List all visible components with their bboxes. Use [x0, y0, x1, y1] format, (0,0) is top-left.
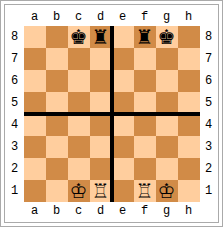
white-king: ♔ — [158, 180, 176, 202]
corner-top-right — [200, 8, 218, 26]
rank-label-left-5: 5 — [6, 92, 24, 114]
square-b6 — [46, 70, 68, 92]
file-label-bottom-d: d — [90, 202, 112, 220]
square-g5 — [156, 92, 178, 114]
square-b3 — [46, 136, 68, 158]
square-c8: ♚ — [68, 26, 90, 48]
square-d3 — [90, 136, 112, 158]
square-e2 — [112, 158, 134, 180]
file-label-top-h: h — [178, 8, 200, 26]
square-f6 — [134, 70, 156, 92]
square-e8 — [112, 26, 134, 48]
square-a6 — [24, 70, 46, 92]
file-label-top-d: d — [90, 8, 112, 26]
file-label-top-g: g — [156, 8, 178, 26]
square-d5 — [90, 92, 112, 114]
square-h1 — [178, 180, 200, 202]
square-c6 — [68, 70, 90, 92]
black-rook: ♜ — [136, 26, 154, 48]
square-c5 — [68, 92, 90, 114]
rank-label-right-8: 8 — [200, 26, 218, 48]
board-grid: abcdefgh8♚♜♜♚87766554433221♔♖♖♔1abcdefgh — [6, 8, 218, 220]
rank-label-right-2: 2 — [200, 158, 218, 180]
file-label-top-f: f — [134, 8, 156, 26]
square-a2 — [24, 158, 46, 180]
square-d7 — [90, 48, 112, 70]
square-b4 — [46, 114, 68, 136]
file-label-bottom-g: g — [156, 202, 178, 220]
square-f8: ♜ — [134, 26, 156, 48]
square-a3 — [24, 136, 46, 158]
rank-label-left-8: 8 — [6, 26, 24, 48]
square-e3 — [112, 136, 134, 158]
square-b8 — [46, 26, 68, 48]
rank-label-left-2: 2 — [6, 158, 24, 180]
square-h5 — [178, 92, 200, 114]
diagram-frame: abcdefgh8♚♜♜♚87766554433221♔♖♖♔1abcdefgh — [0, 0, 223, 227]
square-d2 — [90, 158, 112, 180]
corner-top-left — [6, 8, 24, 26]
rank-label-left-6: 6 — [6, 70, 24, 92]
square-f7 — [134, 48, 156, 70]
black-king: ♚ — [70, 26, 88, 48]
rank-label-right-3: 3 — [200, 136, 218, 158]
square-h3 — [178, 136, 200, 158]
corner-bottom-right — [200, 202, 218, 220]
square-e4 — [112, 114, 134, 136]
square-b2 — [46, 158, 68, 180]
square-f5 — [134, 92, 156, 114]
square-h6 — [178, 70, 200, 92]
square-f4 — [134, 114, 156, 136]
square-c7 — [68, 48, 90, 70]
square-h7 — [178, 48, 200, 70]
square-c1: ♔ — [68, 180, 90, 202]
square-a8 — [24, 26, 46, 48]
rank-label-left-1: 1 — [6, 180, 24, 202]
square-e5 — [112, 92, 134, 114]
square-h8 — [178, 26, 200, 48]
square-c4 — [68, 114, 90, 136]
rank-label-right-6: 6 — [200, 70, 218, 92]
square-f1: ♖ — [134, 180, 156, 202]
black-king: ♚ — [158, 26, 176, 48]
rank-label-left-3: 3 — [6, 136, 24, 158]
file-label-top-b: b — [46, 8, 68, 26]
square-e6 — [112, 70, 134, 92]
square-c2 — [68, 158, 90, 180]
white-rook: ♖ — [92, 180, 110, 202]
square-g7 — [156, 48, 178, 70]
file-label-bottom-h: h — [178, 202, 200, 220]
square-b5 — [46, 92, 68, 114]
square-a4 — [24, 114, 46, 136]
square-h4 — [178, 114, 200, 136]
square-d8: ♜ — [90, 26, 112, 48]
white-rook: ♖ — [136, 180, 154, 202]
rank-label-left-4: 4 — [6, 114, 24, 136]
file-label-bottom-a: a — [24, 202, 46, 220]
white-king: ♔ — [70, 180, 88, 202]
rank-label-right-1: 1 — [200, 180, 218, 202]
square-b1 — [46, 180, 68, 202]
square-f3 — [134, 136, 156, 158]
file-label-bottom-c: c — [68, 202, 90, 220]
square-g2 — [156, 158, 178, 180]
square-g1: ♔ — [156, 180, 178, 202]
corner-bottom-left — [6, 202, 24, 220]
rank-label-left-7: 7 — [6, 48, 24, 70]
quadrant-divider-horizontal — [24, 112, 200, 116]
square-f2 — [134, 158, 156, 180]
square-a5 — [24, 92, 46, 114]
square-b7 — [46, 48, 68, 70]
square-a7 — [24, 48, 46, 70]
square-a1 — [24, 180, 46, 202]
file-label-top-a: a — [24, 8, 46, 26]
file-label-bottom-b: b — [46, 202, 68, 220]
square-g3 — [156, 136, 178, 158]
rank-label-right-7: 7 — [200, 48, 218, 70]
file-label-bottom-f: f — [134, 202, 156, 220]
diagram-inner-frame: abcdefgh8♚♜♜♚87766554433221♔♖♖♔1abcdefgh — [4, 4, 219, 223]
square-g4 — [156, 114, 178, 136]
rank-label-right-4: 4 — [200, 114, 218, 136]
file-label-top-e: e — [112, 8, 134, 26]
square-h2 — [178, 158, 200, 180]
rank-label-right-5: 5 — [200, 92, 218, 114]
square-c3 — [68, 136, 90, 158]
square-g8: ♚ — [156, 26, 178, 48]
square-g6 — [156, 70, 178, 92]
square-d1: ♖ — [90, 180, 112, 202]
file-label-top-c: c — [68, 8, 90, 26]
square-e1 — [112, 180, 134, 202]
black-rook: ♜ — [92, 26, 110, 48]
square-d4 — [90, 114, 112, 136]
square-d6 — [90, 70, 112, 92]
square-e7 — [112, 48, 134, 70]
file-label-bottom-e: e — [112, 202, 134, 220]
